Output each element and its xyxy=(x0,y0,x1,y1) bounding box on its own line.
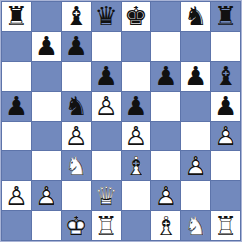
square-a3[interactable] xyxy=(2,151,31,180)
white-piece-outline: ♖ xyxy=(211,211,240,240)
square-b8[interactable] xyxy=(32,2,61,31)
black-piece-glyph: ♛ xyxy=(92,2,121,31)
piece-white-pawn[interactable]: ♟♙ xyxy=(211,122,240,151)
square-a5[interactable]: ♟ xyxy=(2,92,31,121)
black-piece-glyph: ♞ xyxy=(181,2,210,31)
white-piece-outline: ♘ xyxy=(181,211,210,240)
square-g7[interactable] xyxy=(181,32,210,61)
white-piece-outline: ♙ xyxy=(211,122,240,151)
square-g6[interactable]: ♟ xyxy=(181,62,210,91)
square-d6[interactable]: ♟ xyxy=(92,62,121,91)
square-e3[interactable]: ♝♗ xyxy=(122,151,151,180)
piece-white-bishop[interactable]: ♝♗ xyxy=(122,151,151,180)
black-piece-glyph: ♜ xyxy=(211,2,240,31)
white-piece-outline: ♔ xyxy=(62,211,91,240)
piece-white-rook[interactable]: ♜♖ xyxy=(211,211,240,240)
piece-white-queen[interactable]: ♛♕ xyxy=(92,181,121,210)
piece-black-pawn[interactable]: ♟ xyxy=(32,32,61,61)
white-piece-outline: ♗ xyxy=(151,211,180,240)
square-c6[interactable] xyxy=(62,62,91,91)
square-d3[interactable] xyxy=(92,151,121,180)
black-piece-glyph: ♟ xyxy=(62,32,91,61)
white-piece-outline: ♖ xyxy=(92,211,121,240)
black-piece-glyph: ♟ xyxy=(181,62,210,91)
piece-black-knight[interactable]: ♞ xyxy=(181,2,210,31)
square-b1[interactable] xyxy=(32,211,61,240)
white-piece-outline: ♕ xyxy=(92,181,121,210)
black-piece-glyph: ♝ xyxy=(211,62,240,91)
square-a1[interactable] xyxy=(2,211,31,240)
square-f7[interactable] xyxy=(151,32,180,61)
square-h8[interactable]: ♜ xyxy=(211,2,240,31)
piece-black-king[interactable]: ♚ xyxy=(122,2,151,31)
square-f4[interactable] xyxy=(151,122,180,151)
white-piece-outline: ♙ xyxy=(92,92,121,121)
piece-black-rook[interactable]: ♜ xyxy=(2,2,31,31)
black-piece-glyph: ♚ xyxy=(122,2,151,31)
piece-white-bishop[interactable]: ♝♗ xyxy=(151,211,180,240)
square-a7[interactable] xyxy=(2,32,31,61)
piece-white-pawn[interactable]: ♟♙ xyxy=(92,92,121,121)
square-b4[interactable] xyxy=(32,122,61,151)
square-h4[interactable]: ♟♙ xyxy=(211,122,240,151)
piece-black-pawn[interactable]: ♟ xyxy=(181,62,210,91)
square-d7[interactable] xyxy=(92,32,121,61)
black-piece-glyph: ♜ xyxy=(2,2,31,31)
piece-white-pawn[interactable]: ♟♙ xyxy=(122,122,151,151)
square-c4[interactable]: ♟♙ xyxy=(62,122,91,151)
piece-white-knight[interactable]: ♞♘ xyxy=(62,151,91,180)
square-g1[interactable]: ♞♘ xyxy=(181,211,210,240)
square-h3[interactable] xyxy=(211,151,240,180)
square-h2[interactable] xyxy=(211,181,240,210)
square-e6[interactable] xyxy=(122,62,151,91)
piece-black-queen[interactable]: ♛ xyxy=(92,2,121,31)
square-d1[interactable]: ♜♖ xyxy=(92,211,121,240)
piece-white-knight[interactable]: ♞♘ xyxy=(181,211,210,240)
piece-black-bishop[interactable]: ♝ xyxy=(211,62,240,91)
white-piece-outline: ♙ xyxy=(62,122,91,151)
square-g2[interactable] xyxy=(181,181,210,210)
square-b5[interactable] xyxy=(32,92,61,121)
square-h5[interactable]: ♟ xyxy=(211,92,240,121)
square-e2[interactable] xyxy=(122,181,151,210)
square-b3[interactable] xyxy=(32,151,61,180)
piece-black-pawn[interactable]: ♟ xyxy=(2,92,31,121)
square-e1[interactable] xyxy=(122,211,151,240)
piece-black-pawn[interactable]: ♟ xyxy=(151,62,180,91)
piece-white-rook[interactable]: ♜♖ xyxy=(92,211,121,240)
square-d5[interactable]: ♟♙ xyxy=(92,92,121,121)
black-piece-glyph: ♝ xyxy=(62,2,91,31)
square-b2[interactable]: ♟♙ xyxy=(32,181,61,210)
square-g3[interactable]: ♟♙ xyxy=(181,151,210,180)
piece-black-pawn[interactable]: ♟ xyxy=(122,92,151,121)
square-f6[interactable]: ♟ xyxy=(151,62,180,91)
white-piece-outline: ♙ xyxy=(122,122,151,151)
square-g4[interactable] xyxy=(181,122,210,151)
piece-black-pawn[interactable]: ♟ xyxy=(92,62,121,91)
piece-white-pawn[interactable]: ♟♙ xyxy=(2,181,31,210)
square-c2[interactable] xyxy=(62,181,91,210)
white-piece-outline: ♗ xyxy=(122,151,151,180)
piece-black-bishop[interactable]: ♝ xyxy=(62,2,91,31)
square-d4[interactable] xyxy=(92,122,121,151)
square-b7[interactable]: ♟ xyxy=(32,32,61,61)
square-d2[interactable]: ♛♕ xyxy=(92,181,121,210)
piece-black-pawn[interactable]: ♟ xyxy=(62,32,91,61)
square-e5[interactable]: ♟ xyxy=(122,92,151,121)
piece-white-pawn[interactable]: ♟♙ xyxy=(62,122,91,151)
piece-white-pawn[interactable]: ♟♙ xyxy=(181,151,210,180)
piece-white-pawn[interactable]: ♟♙ xyxy=(151,181,180,210)
square-h7[interactable] xyxy=(211,32,240,61)
black-piece-glyph: ♟ xyxy=(92,62,121,91)
square-e7[interactable] xyxy=(122,32,151,61)
square-f2[interactable]: ♟♙ xyxy=(151,181,180,210)
piece-black-knight[interactable]: ♞ xyxy=(62,92,91,121)
chess-board: ♜♝♛♚♞♜♟♟♟♟♟♝♟♞♟♙♟♟♟♙♟♙♟♙♞♘♝♗♟♙♟♙♟♙♛♕♟♙♚♔… xyxy=(0,0,242,242)
black-piece-glyph: ♟ xyxy=(2,92,31,121)
white-piece-outline: ♘ xyxy=(62,151,91,180)
black-piece-glyph: ♟ xyxy=(151,62,180,91)
piece-white-king[interactable]: ♚♔ xyxy=(62,211,91,240)
white-piece-outline: ♙ xyxy=(181,151,210,180)
white-piece-outline: ♙ xyxy=(2,181,31,210)
square-b6[interactable] xyxy=(32,62,61,91)
square-c5[interactable]: ♞ xyxy=(62,92,91,121)
square-a2[interactable]: ♟♙ xyxy=(2,181,31,210)
square-h1[interactable]: ♜♖ xyxy=(211,211,240,240)
square-f1[interactable]: ♝♗ xyxy=(151,211,180,240)
square-e8[interactable]: ♚ xyxy=(122,2,151,31)
square-f8[interactable] xyxy=(151,2,180,31)
square-h6[interactable]: ♝ xyxy=(211,62,240,91)
square-a6[interactable] xyxy=(2,62,31,91)
square-g8[interactable]: ♞ xyxy=(181,2,210,31)
black-piece-glyph: ♟ xyxy=(122,92,151,121)
black-piece-glyph: ♞ xyxy=(62,92,91,121)
square-d8[interactable]: ♛ xyxy=(92,2,121,31)
white-piece-outline: ♙ xyxy=(32,181,61,210)
black-piece-glyph: ♟ xyxy=(211,92,240,121)
piece-black-rook[interactable]: ♜ xyxy=(211,2,240,31)
square-c8[interactable]: ♝ xyxy=(62,2,91,31)
square-c3[interactable]: ♞♘ xyxy=(62,151,91,180)
square-g5[interactable] xyxy=(181,92,210,121)
black-piece-glyph: ♟ xyxy=(32,32,61,61)
white-piece-outline: ♙ xyxy=(151,181,180,210)
square-f3[interactable] xyxy=(151,151,180,180)
square-a4[interactable] xyxy=(2,122,31,151)
square-f5[interactable] xyxy=(151,92,180,121)
piece-white-pawn[interactable]: ♟♙ xyxy=(32,181,61,210)
square-a8[interactable]: ♜ xyxy=(2,2,31,31)
square-c1[interactable]: ♚♔ xyxy=(62,211,91,240)
square-c7[interactable]: ♟ xyxy=(62,32,91,61)
square-e4[interactable]: ♟♙ xyxy=(122,122,151,151)
piece-black-pawn[interactable]: ♟ xyxy=(211,92,240,121)
